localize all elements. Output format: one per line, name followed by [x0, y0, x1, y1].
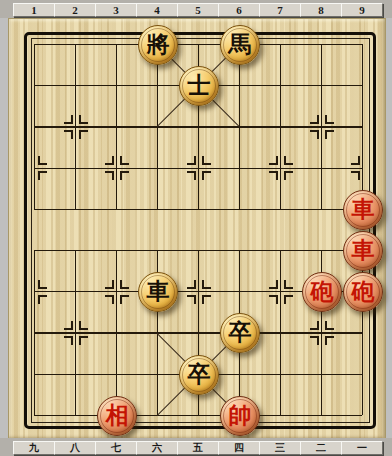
file-top-label-2: 2	[54, 3, 96, 17]
file-top-label-6: 6	[218, 3, 260, 17]
point-marker-r6c3	[105, 280, 129, 304]
file-bottom-label-7: 三	[259, 441, 301, 455]
file-top-label-4: 4	[136, 3, 178, 17]
piece-black-horse[interactable]: 馬	[220, 25, 260, 65]
file-line-1-top	[34, 44, 35, 209]
point-marker-r3c3	[105, 156, 129, 180]
file-line-3-bottom	[116, 250, 117, 415]
file-line-7-top	[280, 44, 281, 209]
file-line-1-bottom	[34, 250, 35, 415]
point-marker-r7c2	[64, 321, 88, 345]
top-coordinate-strip: 123456789	[0, 0, 392, 18]
file-top-label-3: 3	[95, 3, 137, 17]
piece-red-cannon[interactable]: 砲	[302, 272, 342, 312]
point-marker-r7c8	[310, 321, 334, 345]
piece-black-soldier[interactable]: 卒	[179, 355, 219, 395]
piece-red-chariot[interactable]: 車	[343, 190, 383, 230]
piece-black-advisor[interactable]: 士	[179, 66, 219, 106]
file-bottom-label-1: 九	[13, 441, 55, 455]
file-top-label-8: 8	[300, 3, 342, 17]
point-marker-r6c7	[269, 280, 293, 304]
file-bottom-label-9: 一	[341, 441, 383, 455]
piece-black-general[interactable]: 將	[138, 25, 178, 65]
file-top-label-9: 9	[341, 3, 383, 17]
file-bottom-label-4: 六	[136, 441, 178, 455]
file-bottom-label-6: 四	[218, 441, 260, 455]
rank-line-4	[34, 209, 362, 210]
file-line-7-bottom	[280, 250, 281, 415]
xiangqi-app: { "game": "xiangqi", "window": { "top_fi…	[0, 0, 392, 456]
file-top-label-1: 1	[13, 3, 55, 17]
piece-red-cannon[interactable]: 砲	[343, 272, 383, 312]
bottom-coordinate-strip: 九八七六五四三二一	[0, 438, 392, 456]
point-marker-r2c8	[310, 115, 334, 139]
point-marker-r2c2	[64, 115, 88, 139]
piece-red-chariot[interactable]: 車	[343, 231, 383, 271]
point-marker-r6c1	[23, 280, 47, 304]
piece-red-elephant[interactable]: 相	[97, 396, 137, 436]
file-bottom-label-2: 八	[54, 441, 96, 455]
point-marker-r3c5	[187, 156, 211, 180]
file-bottom-label-3: 七	[95, 441, 137, 455]
point-marker-r6c5	[187, 280, 211, 304]
rank-line-9	[34, 415, 362, 416]
file-top-label-5: 5	[177, 3, 219, 17]
file-line-3-top	[116, 44, 117, 209]
xiangqi-board: 將馬士車車車砲砲卒卒相帥	[8, 18, 386, 440]
point-marker-r3c7	[269, 156, 293, 180]
file-top-label-7: 7	[259, 3, 301, 17]
point-marker-r3c1	[23, 156, 47, 180]
point-marker-r3c9	[351, 156, 375, 180]
file-bottom-label-8: 二	[300, 441, 342, 455]
file-bottom-label-5: 五	[177, 441, 219, 455]
file-line-9-top	[362, 44, 363, 209]
piece-black-chariot[interactable]: 車	[138, 272, 178, 312]
piece-red-general[interactable]: 帥	[220, 396, 260, 436]
